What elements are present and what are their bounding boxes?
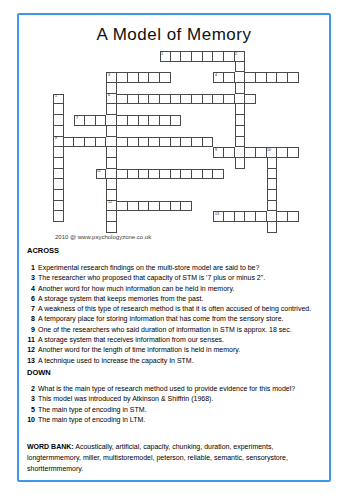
clue-across-13: 13A technique used to increase the capac… bbox=[24, 356, 326, 366]
clue-across-9: 9One of the researchers who said duratio… bbox=[24, 325, 326, 335]
clue-num: 3 bbox=[24, 273, 35, 283]
cell-r2c17[interactable] bbox=[235, 72, 246, 83]
clue-number-3: 3 bbox=[108, 73, 110, 77]
cell-r8c3[interactable] bbox=[85, 137, 96, 148]
cell-r11c15[interactable] bbox=[213, 169, 224, 180]
cell-r15c22[interactable] bbox=[288, 211, 299, 222]
clue-num: 12 bbox=[24, 345, 35, 355]
cell-r15c5[interactable] bbox=[106, 211, 117, 222]
cell-r2c21[interactable] bbox=[277, 72, 288, 83]
cell-r14c5[interactable]: 12 bbox=[106, 201, 117, 212]
clue-across-4: 4Another word for how much information c… bbox=[24, 284, 326, 294]
clue-num: 11 bbox=[24, 335, 35, 345]
cell-r14c6[interactable] bbox=[117, 201, 128, 212]
cell-r14c7[interactable] bbox=[128, 201, 139, 212]
clue-number-8: 8 bbox=[55, 136, 57, 140]
cell-r11c8[interactable] bbox=[139, 169, 150, 180]
cell-r2c15[interactable]: 4 bbox=[213, 72, 224, 83]
cell-r9c19[interactable] bbox=[256, 147, 267, 158]
cell-r8c7[interactable] bbox=[128, 137, 139, 148]
cell-r2c6[interactable] bbox=[117, 72, 128, 83]
cell-r9c15[interactable]: 9 bbox=[213, 147, 224, 158]
cell-r15c17[interactable] bbox=[235, 211, 246, 222]
cell-r8c14[interactable] bbox=[203, 137, 214, 148]
cell-r8c6[interactable] bbox=[117, 137, 128, 148]
cell-r6c9[interactable] bbox=[149, 115, 160, 126]
cell-r12c20[interactable] bbox=[267, 179, 278, 190]
cell-r3c17[interactable] bbox=[235, 83, 246, 94]
cell-r11c12[interactable] bbox=[181, 169, 192, 180]
clue-across-8: 8A temporary place for storing informati… bbox=[24, 314, 326, 324]
clue-number-1: 1 bbox=[161, 52, 163, 56]
cell-r0c15[interactable] bbox=[213, 51, 224, 62]
clue-number-12: 12 bbox=[108, 200, 112, 204]
word-bank-label: WORD BANK: bbox=[27, 443, 74, 450]
worksheet-page: A Model of Memory 12361245879101113 2010… bbox=[0, 0, 353, 500]
cell-r13c20[interactable] bbox=[267, 190, 278, 201]
cell-r0c14[interactable] bbox=[203, 51, 214, 62]
cell-r11c11[interactable] bbox=[171, 169, 182, 180]
cell-r9c17[interactable] bbox=[235, 147, 246, 158]
cell-r0c17[interactable]: 2 bbox=[235, 51, 246, 62]
clue-text: One of the researchers who said duration… bbox=[35, 325, 292, 335]
clue-text: This model was introduced by Atkinson & … bbox=[35, 394, 213, 404]
clue-down-5: 5The main type of encoding in STM. bbox=[24, 405, 326, 415]
copyright-text: 2010 @ www.psychologyzone.co.uk bbox=[55, 234, 151, 240]
clue-num: 4 bbox=[24, 284, 35, 294]
cell-r8c11[interactable] bbox=[171, 137, 182, 148]
cell-r4c13[interactable] bbox=[192, 94, 203, 105]
clue-text: The researcher who proposed that capacit… bbox=[35, 273, 265, 283]
cell-r16c5[interactable] bbox=[106, 222, 117, 233]
clue-across-12: 12Another word for the length of time in… bbox=[24, 345, 326, 355]
cell-r4c17[interactable] bbox=[235, 94, 246, 105]
cell-r12c5[interactable] bbox=[106, 179, 117, 190]
cell-r4c12[interactable] bbox=[181, 94, 192, 105]
cell-r14c12[interactable] bbox=[181, 201, 192, 212]
clue-num: 5 bbox=[24, 405, 35, 415]
cell-r2c9[interactable] bbox=[149, 72, 160, 83]
cell-r9c21[interactable] bbox=[277, 147, 288, 158]
cell-r4c18[interactable] bbox=[245, 94, 256, 105]
cell-r8c17[interactable] bbox=[235, 137, 246, 148]
cell-r11c9[interactable] bbox=[149, 169, 160, 180]
cell-r1c17[interactable] bbox=[235, 62, 246, 73]
clue-across-11: 11A storage system that receives informa… bbox=[24, 335, 326, 345]
clue-number-2: 2 bbox=[235, 52, 237, 56]
cell-r7c17[interactable] bbox=[235, 126, 246, 137]
clue-number-5: 5 bbox=[55, 94, 57, 98]
cell-r11c10[interactable] bbox=[160, 169, 171, 180]
cell-r2c10[interactable] bbox=[160, 72, 171, 83]
clue-num: 1 bbox=[24, 263, 35, 273]
clue-down-3: 3This model was introduced by Atkinson &… bbox=[24, 394, 326, 404]
cell-r8c12[interactable] bbox=[181, 137, 192, 148]
cell-r9c22[interactable] bbox=[288, 147, 299, 158]
page-title: A Model of Memory bbox=[17, 25, 331, 45]
clue-across-6: 6A storage system that keeps memories fr… bbox=[24, 294, 326, 304]
cell-r11c5[interactable] bbox=[106, 169, 117, 180]
cell-r2c8[interactable] bbox=[139, 72, 150, 83]
cell-r2c20[interactable] bbox=[267, 72, 278, 83]
clue-num: 7 bbox=[24, 304, 35, 314]
cell-r5c5[interactable] bbox=[106, 104, 117, 115]
cell-r10c0[interactable] bbox=[53, 158, 64, 169]
cell-r16c20[interactable] bbox=[267, 222, 278, 233]
clue-text: A storage system that keeps memories fro… bbox=[35, 294, 203, 304]
clue-text: The main type of encoding in LTM. bbox=[35, 415, 145, 425]
cell-r4c8[interactable] bbox=[139, 94, 150, 105]
clue-num: 9 bbox=[24, 325, 35, 335]
cell-r15c0[interactable] bbox=[53, 211, 64, 222]
clue-number-11: 11 bbox=[97, 169, 101, 173]
cell-r5c17[interactable] bbox=[235, 104, 246, 115]
word-bank: WORD BANK: Acoustically, artificial, cap… bbox=[27, 441, 317, 474]
clue-across-7: 7A weakness of this type of research met… bbox=[24, 304, 326, 314]
cell-r4c0[interactable]: 5 bbox=[53, 94, 64, 105]
cell-r11c7[interactable] bbox=[128, 169, 139, 180]
cell-r14c10[interactable] bbox=[160, 201, 171, 212]
cell-r6c8[interactable] bbox=[139, 115, 150, 126]
cell-r7c0[interactable] bbox=[53, 126, 64, 137]
cell-r7c5[interactable] bbox=[106, 126, 117, 137]
clue-across-1: 1Experimental research findings on the m… bbox=[24, 263, 326, 273]
cell-r14c20[interactable] bbox=[267, 201, 278, 212]
cell-r14c11[interactable] bbox=[171, 201, 182, 212]
clue-text: What is the main type of research method… bbox=[35, 384, 295, 394]
clue-text: Experimental research findings on the mu… bbox=[35, 263, 259, 273]
clue-number-9: 9 bbox=[215, 148, 217, 152]
clue-text: A temporary place for storing informatio… bbox=[35, 314, 284, 324]
crossword-grid: 12361245879101113 bbox=[53, 51, 299, 233]
cell-r9c20[interactable]: 10 bbox=[267, 147, 278, 158]
clue-number-6: 6 bbox=[108, 93, 110, 97]
cell-r4c9[interactable] bbox=[149, 94, 160, 105]
cell-r12c0[interactable] bbox=[53, 179, 64, 190]
clue-num: 2 bbox=[24, 384, 35, 394]
clue-text: Another word for the length of time info… bbox=[35, 345, 240, 355]
clue-num: 8 bbox=[24, 314, 35, 324]
cell-r5c0[interactable] bbox=[53, 104, 64, 115]
cell-r8c13[interactable] bbox=[192, 137, 203, 148]
cell-r14c8[interactable] bbox=[139, 201, 150, 212]
cell-r8c0[interactable]: 8 bbox=[53, 137, 64, 148]
across-clue-list: 1Experimental research findings on the m… bbox=[24, 263, 326, 366]
cell-r0c13[interactable] bbox=[192, 51, 203, 62]
cell-r0c12[interactable] bbox=[181, 51, 192, 62]
cell-r11c4[interactable]: 11 bbox=[96, 169, 107, 180]
cell-r4c15[interactable] bbox=[213, 94, 224, 105]
cell-r0c16[interactable] bbox=[224, 51, 235, 62]
cell-r9c0[interactable] bbox=[53, 147, 64, 158]
cell-r6c10[interactable] bbox=[160, 115, 171, 126]
cell-r4c7[interactable] bbox=[128, 94, 139, 105]
cell-r15c16[interactable] bbox=[224, 211, 235, 222]
cell-r11c0[interactable] bbox=[53, 169, 64, 180]
cell-r6c0[interactable] bbox=[53, 115, 64, 126]
cell-r8c1[interactable] bbox=[64, 137, 75, 148]
cell-r8c9[interactable] bbox=[149, 137, 160, 148]
clue-text: A storage system that receives informati… bbox=[35, 335, 224, 345]
cell-r10c17[interactable] bbox=[235, 158, 246, 169]
cell-r2c5[interactable]: 3 bbox=[106, 72, 117, 83]
cell-r15c21[interactable] bbox=[277, 211, 288, 222]
cell-r4c6[interactable] bbox=[117, 94, 128, 105]
cell-r15c19[interactable] bbox=[256, 211, 267, 222]
cell-r11c20[interactable] bbox=[267, 169, 278, 180]
cell-r6c5[interactable] bbox=[106, 115, 117, 126]
cell-r15c18[interactable] bbox=[245, 211, 256, 222]
cell-r2c7[interactable] bbox=[128, 72, 139, 83]
cell-r14c0[interactable] bbox=[53, 201, 64, 212]
cell-r8c4[interactable] bbox=[96, 137, 107, 148]
cell-r14c9[interactable] bbox=[149, 201, 160, 212]
across-heading: ACROSS bbox=[27, 246, 59, 255]
cell-r9c16[interactable] bbox=[224, 147, 235, 158]
down-heading: DOWN bbox=[27, 368, 51, 377]
cell-r4c16[interactable] bbox=[224, 94, 235, 105]
down-clue-list: 2What is the main type of research metho… bbox=[24, 384, 326, 425]
cell-r10c5[interactable] bbox=[106, 158, 117, 169]
cell-r10c20[interactable] bbox=[267, 158, 278, 169]
clue-text: A weakness of this type of research meth… bbox=[35, 304, 311, 314]
cell-r6c3[interactable] bbox=[85, 115, 96, 126]
clue-text: Another word for how much information ca… bbox=[35, 284, 234, 294]
cell-r9c18[interactable] bbox=[245, 147, 256, 158]
cell-r0c11[interactable] bbox=[171, 51, 182, 62]
cell-r6c6[interactable] bbox=[117, 115, 128, 126]
clue-number-13: 13 bbox=[215, 212, 219, 216]
clue-across-3: 3The researcher who proposed that capaci… bbox=[24, 273, 326, 283]
clue-num: 10 bbox=[24, 415, 35, 425]
cell-r8c10[interactable] bbox=[160, 137, 171, 148]
clue-down-2: 2What is the main type of research metho… bbox=[24, 384, 326, 394]
cell-r6c7[interactable] bbox=[128, 115, 139, 126]
cell-r15c20[interactable] bbox=[267, 211, 278, 222]
clue-text: A technique used to increase the capacit… bbox=[35, 356, 194, 366]
cell-r4c11[interactable] bbox=[171, 94, 182, 105]
cell-r2c16[interactable] bbox=[224, 72, 235, 83]
cell-r8c8[interactable] bbox=[139, 137, 150, 148]
cell-r11c6[interactable] bbox=[117, 169, 128, 180]
cell-r15c15[interactable]: 13 bbox=[213, 211, 224, 222]
clue-text: The main type of encoding in STM. bbox=[35, 405, 147, 415]
cell-r4c14[interactable] bbox=[203, 94, 214, 105]
cell-r13c0[interactable] bbox=[53, 190, 64, 201]
cell-r4c10[interactable] bbox=[160, 94, 171, 105]
cell-r4c5[interactable]: 6 bbox=[106, 94, 117, 105]
cell-r2c18[interactable] bbox=[245, 72, 256, 83]
clue-num: 3 bbox=[24, 394, 35, 404]
cell-r9c5[interactable] bbox=[106, 147, 117, 158]
cell-r2c22[interactable] bbox=[288, 72, 299, 83]
cell-r2c19[interactable] bbox=[256, 72, 267, 83]
cell-r6c2[interactable]: 7 bbox=[74, 115, 85, 126]
clue-down-10: 10The main type of encoding in LTM. bbox=[24, 415, 326, 425]
clue-number-4: 4 bbox=[215, 73, 217, 77]
clue-num: 13 bbox=[24, 356, 35, 366]
clue-number-7: 7 bbox=[76, 116, 78, 120]
cell-r6c11[interactable] bbox=[171, 115, 182, 126]
cell-r8c2[interactable] bbox=[74, 137, 85, 148]
cell-r6c4[interactable] bbox=[96, 115, 107, 126]
cell-r6c17[interactable] bbox=[235, 115, 246, 126]
cell-r11c14[interactable] bbox=[203, 169, 214, 180]
cell-r8c5[interactable] bbox=[106, 137, 117, 148]
cell-r0c10[interactable]: 1 bbox=[160, 51, 171, 62]
clue-number-10: 10 bbox=[267, 148, 271, 152]
cell-r11c13[interactable] bbox=[192, 169, 203, 180]
clue-num: 6 bbox=[24, 294, 35, 304]
